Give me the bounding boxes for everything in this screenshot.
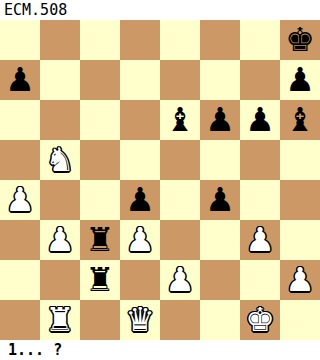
piece-white-queen[interactable]: ♛	[125, 300, 155, 340]
square-h1[interactable]	[280, 300, 320, 340]
square-e2[interactable]: ♟	[160, 260, 200, 300]
piece-white-pawn[interactable]: ♟	[5, 180, 35, 220]
chess-diagram-window: ECM.508 ♚♟♟♝♟♟♝♞♟♟♟♟♜♟♟♜♟♟♜♛♚ 1... ?	[0, 0, 320, 360]
square-d2[interactable]	[120, 260, 160, 300]
square-g1[interactable]: ♚	[240, 300, 280, 340]
square-d3[interactable]: ♟	[120, 220, 160, 260]
square-d4[interactable]: ♟	[120, 180, 160, 220]
square-e4[interactable]	[160, 180, 200, 220]
square-b1[interactable]: ♜	[40, 300, 80, 340]
square-c4[interactable]	[80, 180, 120, 220]
square-a8[interactable]	[0, 20, 40, 60]
square-b3[interactable]: ♟	[40, 220, 80, 260]
piece-white-pawn[interactable]: ♟	[125, 220, 155, 260]
square-h3[interactable]	[280, 220, 320, 260]
piece-white-pawn[interactable]: ♟	[245, 220, 275, 260]
square-d6[interactable]	[120, 100, 160, 140]
square-g8[interactable]	[240, 20, 280, 60]
square-e6[interactable]: ♝	[160, 100, 200, 140]
piece-white-pawn[interactable]: ♟	[165, 260, 195, 300]
piece-black-pawn[interactable]: ♟	[125, 180, 155, 220]
square-e3[interactable]	[160, 220, 200, 260]
square-e1[interactable]	[160, 300, 200, 340]
prompt-bar: 1... ?	[0, 340, 320, 360]
square-f2[interactable]	[200, 260, 240, 300]
square-g2[interactable]	[240, 260, 280, 300]
square-c2[interactable]: ♜	[80, 260, 120, 300]
square-f4[interactable]: ♟	[200, 180, 240, 220]
square-a2[interactable]	[0, 260, 40, 300]
title-bar: ECM.508	[0, 0, 320, 20]
square-a4[interactable]: ♟	[0, 180, 40, 220]
square-g5[interactable]	[240, 140, 280, 180]
square-a1[interactable]	[0, 300, 40, 340]
square-a3[interactable]	[0, 220, 40, 260]
square-d8[interactable]	[120, 20, 160, 60]
square-h4[interactable]	[280, 180, 320, 220]
diagram-title: ECM.508	[0, 0, 67, 20]
square-h5[interactable]	[280, 140, 320, 180]
square-h8[interactable]: ♚	[280, 20, 320, 60]
square-c1[interactable]	[80, 300, 120, 340]
square-g4[interactable]	[240, 180, 280, 220]
square-a5[interactable]	[0, 140, 40, 180]
square-f1[interactable]	[200, 300, 240, 340]
chess-board: ♚♟♟♝♟♟♝♞♟♟♟♟♜♟♟♜♟♟♜♛♚	[0, 20, 320, 340]
square-f5[interactable]	[200, 140, 240, 180]
square-d5[interactable]	[120, 140, 160, 180]
square-b8[interactable]	[40, 20, 80, 60]
square-b5[interactable]: ♞	[40, 140, 80, 180]
square-c6[interactable]	[80, 100, 120, 140]
square-b2[interactable]	[40, 260, 80, 300]
square-c5[interactable]	[80, 140, 120, 180]
piece-black-pawn[interactable]: ♟	[205, 100, 235, 140]
square-c3[interactable]: ♜	[80, 220, 120, 260]
square-a6[interactable]	[0, 100, 40, 140]
square-c8[interactable]	[80, 20, 120, 60]
square-c7[interactable]	[80, 60, 120, 100]
square-g6[interactable]: ♟	[240, 100, 280, 140]
piece-black-rook[interactable]: ♜	[85, 220, 115, 260]
square-d1[interactable]: ♛	[120, 300, 160, 340]
piece-black-pawn[interactable]: ♟	[5, 60, 35, 100]
square-g7[interactable]	[240, 60, 280, 100]
square-d7[interactable]	[120, 60, 160, 100]
square-b6[interactable]	[40, 100, 80, 140]
square-h2[interactable]: ♟	[280, 260, 320, 300]
square-f6[interactable]: ♟	[200, 100, 240, 140]
square-f3[interactable]	[200, 220, 240, 260]
square-b4[interactable]	[40, 180, 80, 220]
piece-black-pawn[interactable]: ♟	[205, 180, 235, 220]
square-f8[interactable]	[200, 20, 240, 60]
square-h7[interactable]: ♟	[280, 60, 320, 100]
piece-black-pawn[interactable]: ♟	[285, 60, 315, 100]
piece-white-knight[interactable]: ♞	[45, 140, 75, 180]
square-b7[interactable]	[40, 60, 80, 100]
square-h6[interactable]: ♝	[280, 100, 320, 140]
square-g3[interactable]: ♟	[240, 220, 280, 260]
piece-black-king[interactable]: ♚	[285, 20, 315, 60]
piece-black-pawn[interactable]: ♟	[245, 100, 275, 140]
square-e8[interactable]	[160, 20, 200, 60]
move-prompt: 1... ?	[0, 340, 62, 360]
piece-black-bishop[interactable]: ♝	[165, 100, 195, 140]
piece-black-rook[interactable]: ♜	[85, 260, 115, 300]
piece-black-bishop[interactable]: ♝	[285, 100, 315, 140]
square-e5[interactable]	[160, 140, 200, 180]
piece-white-pawn[interactable]: ♟	[285, 260, 315, 300]
square-e7[interactable]	[160, 60, 200, 100]
square-a7[interactable]: ♟	[0, 60, 40, 100]
piece-white-pawn[interactable]: ♟	[45, 220, 75, 260]
piece-white-rook[interactable]: ♜	[45, 300, 75, 340]
square-f7[interactable]	[200, 60, 240, 100]
piece-white-king[interactable]: ♚	[245, 300, 275, 340]
